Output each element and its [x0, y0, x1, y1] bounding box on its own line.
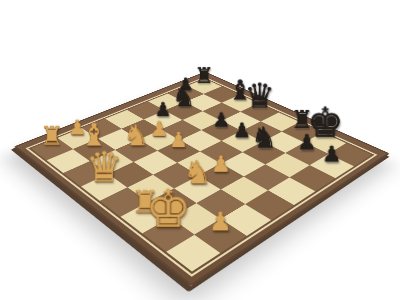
- piece-white-pawn-a2: ♟: [42, 96, 114, 139]
- piece-black-rook-a8: ♜: [174, 50, 235, 86]
- board-frame: ♜♝♛♜♚♟♟♟♞♟♟♞♟♟♟♟♞♞♟♝♟♜♛♜♚: [14, 72, 390, 287]
- chess-scene: ♜♝♛♜♚♟♟♟♞♟♟♞♟♟♟♟♞♞♟♝♟♜♛♜♚: [67, 17, 333, 283]
- chess-board: ♜♝♛♜♚♟♟♟♞♟♟♞♟♟♟♟♞♞♟♝♟♜♛♜♚: [14, 72, 390, 287]
- product-photo: ♜♝♛♜♚♟♟♟♞♟♟♞♟♟♟♟♞♞♟♝♟♜♛♜♚: [0, 0, 400, 300]
- square-e6: ♟: [221, 131, 262, 152]
- piece-white-rook-a1: ♜: [15, 105, 89, 149]
- square-h2: ♟: [194, 219, 246, 253]
- board-grid: ♜♝♛♜♚♟♟♟♞♟♟♞♟♟♟♟♞♞♟♝♟♜♛♜♚: [31, 79, 372, 272]
